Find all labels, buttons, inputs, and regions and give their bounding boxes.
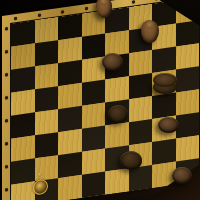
man-e4[interactable] [108,105,128,123]
man-g3[interactable] [158,117,179,133]
pawn-head [100,0,107,6]
piece-layer [0,0,200,200]
pawn-g7[interactable] [141,20,159,43]
stack-top-disc [153,73,177,87]
pawn-head [146,21,154,30]
man-e6[interactable] [102,53,123,71]
photo-scene [0,0,200,200]
man-g1[interactable] [172,167,192,184]
pawn-on-top-rail[interactable] [96,0,112,18]
man-f2[interactable] [120,151,142,170]
stack-h5[interactable] [153,73,177,94]
